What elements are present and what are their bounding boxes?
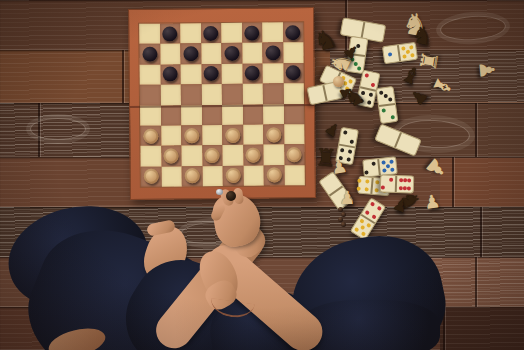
held-piece — [226, 191, 236, 201]
player — [0, 0, 524, 350]
small-shiny-object — [216, 189, 223, 195]
overhead-checkers-photo: ♞♞♞♟♞♜♝♟♝♟♞♟♜♟♟♟♞♟♟♟ — [0, 0, 524, 350]
